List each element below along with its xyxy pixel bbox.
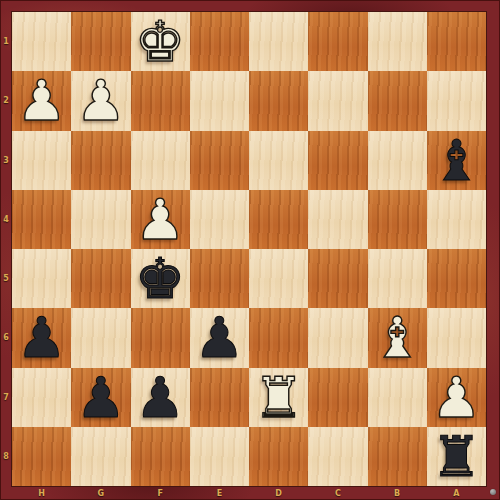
square-h5[interactable] xyxy=(12,249,71,308)
square-a8[interactable]: ♜ xyxy=(427,427,486,486)
square-e8[interactable] xyxy=(190,427,249,486)
square-h4[interactable] xyxy=(12,190,71,249)
white-pawn-a7[interactable]: ♟ xyxy=(431,368,481,427)
square-b5[interactable] xyxy=(368,249,427,308)
square-b3[interactable] xyxy=(368,131,427,190)
rank-label-6: 6 xyxy=(0,308,12,367)
square-d5[interactable] xyxy=(249,249,308,308)
square-f1[interactable]: ♚ xyxy=(131,12,190,71)
square-g6[interactable] xyxy=(71,308,130,367)
rank-label-1: 1 xyxy=(0,12,12,71)
resize-grip-icon xyxy=(490,489,496,495)
square-c5[interactable] xyxy=(308,249,367,308)
square-b2[interactable] xyxy=(368,71,427,130)
square-h3[interactable] xyxy=(12,131,71,190)
black-pawn-h6[interactable]: ♟ xyxy=(17,308,67,367)
square-c8[interactable] xyxy=(308,427,367,486)
square-a7[interactable]: ♟ xyxy=(427,368,486,427)
square-g3[interactable] xyxy=(71,131,130,190)
square-a5[interactable] xyxy=(427,249,486,308)
white-rook-d7[interactable]: ♜ xyxy=(254,368,304,427)
square-b4[interactable] xyxy=(368,190,427,249)
square-c1[interactable] xyxy=(308,12,367,71)
square-e2[interactable] xyxy=(190,71,249,130)
square-f4[interactable]: ♟ xyxy=(131,190,190,249)
square-g7[interactable]: ♟ xyxy=(71,368,130,427)
square-f7[interactable]: ♟ xyxy=(131,368,190,427)
rank-label-5: 5 xyxy=(0,249,12,308)
square-f6[interactable] xyxy=(131,308,190,367)
square-a3[interactable]: ♝ xyxy=(427,131,486,190)
rank-label-8: 8 xyxy=(0,427,12,486)
square-e5[interactable] xyxy=(190,249,249,308)
white-bishop-b6[interactable]: ♝ xyxy=(372,308,422,367)
black-king-f5[interactable]: ♚ xyxy=(135,249,185,308)
black-pawn-e6[interactable]: ♟ xyxy=(194,308,244,367)
file-label-c: C xyxy=(308,486,367,500)
square-f2[interactable] xyxy=(131,71,190,130)
square-a4[interactable] xyxy=(427,190,486,249)
file-labels: HGFEDCBA xyxy=(12,486,486,500)
black-rook-a8[interactable]: ♜ xyxy=(431,427,481,486)
rank-label-4: 4 xyxy=(0,190,12,249)
rank-label-7: 7 xyxy=(0,368,12,427)
square-d2[interactable] xyxy=(249,71,308,130)
rank-labels: 12345678 xyxy=(0,12,12,486)
black-pawn-g7[interactable]: ♟ xyxy=(76,368,126,427)
square-g4[interactable] xyxy=(71,190,130,249)
square-e1[interactable] xyxy=(190,12,249,71)
square-h6[interactable]: ♟ xyxy=(12,308,71,367)
file-label-b: B xyxy=(368,486,427,500)
square-b7[interactable] xyxy=(368,368,427,427)
chess-board[interactable]: ♚♟♟♝♟♚♟♟♝♟♟♜♟♜ xyxy=(12,12,486,486)
file-label-g: G xyxy=(71,486,130,500)
chess-board-frame: 12345678 ♚♟♟♝♟♚♟♟♝♟♟♜♟♜ HGFEDCBA xyxy=(0,0,500,500)
square-b6[interactable]: ♝ xyxy=(368,308,427,367)
square-c4[interactable] xyxy=(308,190,367,249)
black-bishop-a3[interactable]: ♝ xyxy=(431,131,481,190)
square-h7[interactable] xyxy=(12,368,71,427)
square-c6[interactable] xyxy=(308,308,367,367)
square-g5[interactable] xyxy=(71,249,130,308)
file-label-h: H xyxy=(12,486,71,500)
white-king-f1[interactable]: ♚ xyxy=(135,12,185,71)
square-e4[interactable] xyxy=(190,190,249,249)
square-e7[interactable] xyxy=(190,368,249,427)
rank-label-2: 2 xyxy=(0,71,12,130)
rank-label-3: 3 xyxy=(0,131,12,190)
square-f5[interactable]: ♚ xyxy=(131,249,190,308)
square-c3[interactable] xyxy=(308,131,367,190)
square-c7[interactable] xyxy=(308,368,367,427)
square-d6[interactable] xyxy=(249,308,308,367)
square-b1[interactable] xyxy=(368,12,427,71)
white-pawn-f4[interactable]: ♟ xyxy=(135,190,185,249)
file-label-e: E xyxy=(190,486,249,500)
black-pawn-f7[interactable]: ♟ xyxy=(135,368,185,427)
square-d8[interactable] xyxy=(249,427,308,486)
square-f3[interactable] xyxy=(131,131,190,190)
square-d7[interactable]: ♜ xyxy=(249,368,308,427)
square-d3[interactable] xyxy=(249,131,308,190)
square-b8[interactable] xyxy=(368,427,427,486)
square-f8[interactable] xyxy=(131,427,190,486)
square-g8[interactable] xyxy=(71,427,130,486)
square-a1[interactable] xyxy=(427,12,486,71)
file-label-a: A xyxy=(427,486,486,500)
file-label-f: F xyxy=(131,486,190,500)
square-a6[interactable] xyxy=(427,308,486,367)
square-g1[interactable] xyxy=(71,12,130,71)
white-pawn-h2[interactable]: ♟ xyxy=(17,71,67,130)
square-h2[interactable]: ♟ xyxy=(12,71,71,130)
square-e3[interactable] xyxy=(190,131,249,190)
file-label-d: D xyxy=(249,486,308,500)
square-d4[interactable] xyxy=(249,190,308,249)
square-c2[interactable] xyxy=(308,71,367,130)
square-g2[interactable]: ♟ xyxy=(71,71,130,130)
square-e6[interactable]: ♟ xyxy=(190,308,249,367)
square-a2[interactable] xyxy=(427,71,486,130)
square-d1[interactable] xyxy=(249,12,308,71)
white-pawn-g2[interactable]: ♟ xyxy=(76,71,126,130)
square-h1[interactable] xyxy=(12,12,71,71)
square-h8[interactable] xyxy=(12,427,71,486)
